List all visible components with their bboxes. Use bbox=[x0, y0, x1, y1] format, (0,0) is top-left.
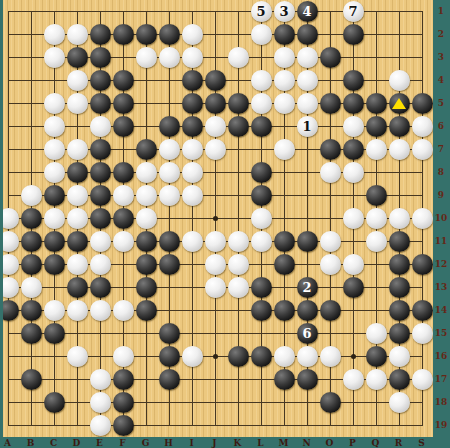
left-border-strip bbox=[0, 0, 3, 437]
white-stone-J6[interactable] bbox=[205, 116, 226, 137]
black-stone-G7[interactable] bbox=[136, 139, 157, 160]
row-label-10: 10 bbox=[434, 213, 448, 223]
column-label-C: C bbox=[47, 438, 61, 448]
black-stone-I4[interactable] bbox=[182, 70, 203, 91]
white-stone-H3[interactable] bbox=[159, 47, 180, 68]
row-label-4: 4 bbox=[434, 75, 448, 85]
white-stone-G9[interactable] bbox=[136, 185, 157, 206]
black-stone-B12[interactable] bbox=[21, 254, 42, 275]
white-stone-Q17[interactable] bbox=[366, 369, 387, 390]
white-stone-C7[interactable] bbox=[44, 139, 65, 160]
white-stone-S6[interactable] bbox=[412, 116, 433, 137]
white-stone-R10[interactable] bbox=[389, 208, 410, 229]
white-stone-I11[interactable] bbox=[182, 231, 203, 252]
row-label-7: 7 bbox=[434, 144, 448, 154]
black-stone-E4[interactable] bbox=[90, 70, 111, 91]
grid-hline bbox=[8, 425, 423, 426]
white-stone-D9[interactable] bbox=[67, 185, 88, 206]
row-label-3: 3 bbox=[434, 52, 448, 62]
white-stone-P6[interactable] bbox=[343, 116, 364, 137]
white-stone-E6[interactable] bbox=[90, 116, 111, 137]
column-label-F: F bbox=[116, 438, 130, 448]
white-stone-L1[interactable]: 5 bbox=[251, 1, 272, 22]
black-stone-P13[interactable] bbox=[343, 277, 364, 298]
column-label-J: J bbox=[208, 438, 222, 448]
black-stone-P5[interactable] bbox=[343, 93, 364, 114]
white-stone-H7[interactable] bbox=[159, 139, 180, 160]
white-stone-I9[interactable] bbox=[182, 185, 203, 206]
black-stone-P4[interactable] bbox=[343, 70, 364, 91]
black-stone-D3[interactable] bbox=[67, 47, 88, 68]
white-stone-N3[interactable] bbox=[297, 47, 318, 68]
black-stone-R12[interactable] bbox=[389, 254, 410, 275]
star-point-J16 bbox=[213, 354, 218, 359]
column-label-B: B bbox=[24, 438, 38, 448]
black-stone-H2[interactable] bbox=[159, 24, 180, 45]
black-stone-P2[interactable] bbox=[343, 24, 364, 45]
black-stone-E13[interactable] bbox=[90, 277, 111, 298]
black-stone-H17[interactable] bbox=[159, 369, 180, 390]
white-stone-M4[interactable] bbox=[274, 70, 295, 91]
black-stone-B17[interactable] bbox=[21, 369, 42, 390]
black-stone-R15[interactable] bbox=[389, 323, 410, 344]
column-label-H: H bbox=[162, 438, 176, 448]
black-stone-M12[interactable] bbox=[274, 254, 295, 275]
white-stone-M3[interactable] bbox=[274, 47, 295, 68]
white-stone-K12[interactable] bbox=[228, 254, 249, 275]
white-stone-S7[interactable] bbox=[412, 139, 433, 160]
black-stone-O3[interactable] bbox=[320, 47, 341, 68]
column-label-I: I bbox=[185, 438, 199, 448]
black-stone-Q6[interactable] bbox=[366, 116, 387, 137]
column-label-Q: Q bbox=[369, 438, 383, 448]
black-stone-L9[interactable] bbox=[251, 185, 272, 206]
black-stone-N2[interactable] bbox=[297, 24, 318, 45]
white-stone-M5[interactable] bbox=[274, 93, 295, 114]
white-stone-Q10[interactable] bbox=[366, 208, 387, 229]
black-stone-F18[interactable] bbox=[113, 392, 134, 413]
column-label-N: N bbox=[300, 438, 314, 448]
black-stone-F2[interactable] bbox=[113, 24, 134, 45]
black-stone-G13[interactable] bbox=[136, 277, 157, 298]
black-stone-R6[interactable] bbox=[389, 116, 410, 137]
white-stone-C10[interactable] bbox=[44, 208, 65, 229]
white-stone-E11[interactable] bbox=[90, 231, 111, 252]
black-stone-L6[interactable] bbox=[251, 116, 272, 137]
white-stone-P10[interactable] bbox=[343, 208, 364, 229]
white-stone-Q11[interactable] bbox=[366, 231, 387, 252]
black-stone-B14[interactable] bbox=[21, 300, 42, 321]
column-label-P: P bbox=[346, 438, 360, 448]
grid-hline bbox=[8, 333, 423, 334]
black-stone-E7[interactable] bbox=[90, 139, 111, 160]
white-stone-D12[interactable] bbox=[67, 254, 88, 275]
white-stone-K3[interactable] bbox=[228, 47, 249, 68]
star-point-P16 bbox=[351, 354, 356, 359]
black-stone-F6[interactable] bbox=[113, 116, 134, 137]
white-stone-P12[interactable] bbox=[343, 254, 364, 275]
black-stone-F5[interactable] bbox=[113, 93, 134, 114]
black-stone-R17[interactable] bbox=[389, 369, 410, 390]
white-stone-N16[interactable] bbox=[297, 346, 318, 367]
row-label-1: 1 bbox=[434, 6, 448, 16]
row-label-14: 14 bbox=[434, 305, 448, 315]
white-stone-J11[interactable] bbox=[205, 231, 226, 252]
row-label-5: 5 bbox=[434, 98, 448, 108]
black-stone-O5[interactable] bbox=[320, 93, 341, 114]
black-stone-B10[interactable] bbox=[21, 208, 42, 229]
white-stone-M7[interactable] bbox=[274, 139, 295, 160]
white-stone-F9[interactable] bbox=[113, 185, 134, 206]
black-stone-E3[interactable] bbox=[90, 47, 111, 68]
black-stone-L16[interactable] bbox=[251, 346, 272, 367]
white-stone-O16[interactable] bbox=[320, 346, 341, 367]
black-stone-F19[interactable] bbox=[113, 415, 134, 436]
white-stone-R16[interactable] bbox=[389, 346, 410, 367]
black-stone-O7[interactable] bbox=[320, 139, 341, 160]
white-stone-L4[interactable] bbox=[251, 70, 272, 91]
black-stone-J5[interactable] bbox=[205, 93, 226, 114]
black-stone-N17[interactable] bbox=[297, 369, 318, 390]
black-stone-K5[interactable] bbox=[228, 93, 249, 114]
white-stone-P1[interactable]: 7 bbox=[343, 1, 364, 22]
white-stone-L5[interactable] bbox=[251, 93, 272, 114]
black-stone-Q16[interactable] bbox=[366, 346, 387, 367]
white-stone-G8[interactable] bbox=[136, 162, 157, 183]
black-stone-H12[interactable] bbox=[159, 254, 180, 275]
row-label-12: 12 bbox=[434, 259, 448, 269]
go-board[interactable]: 5347126 bbox=[0, 0, 433, 437]
white-stone-C6[interactable] bbox=[44, 116, 65, 137]
white-stone-F14[interactable] bbox=[113, 300, 134, 321]
white-stone-C14[interactable] bbox=[44, 300, 65, 321]
black-stone-S5[interactable] bbox=[412, 93, 433, 114]
white-stone-R7[interactable] bbox=[389, 139, 410, 160]
white-stone-J12[interactable] bbox=[205, 254, 226, 275]
star-point-J10 bbox=[213, 216, 218, 221]
row-label-15: 15 bbox=[434, 328, 448, 338]
white-stone-N6[interactable]: 1 bbox=[297, 116, 318, 137]
white-stone-L2[interactable] bbox=[251, 24, 272, 45]
move-number-label: 3 bbox=[279, 5, 288, 18]
white-stone-R18[interactable] bbox=[389, 392, 410, 413]
white-stone-Q15[interactable] bbox=[366, 323, 387, 344]
black-stone-L13[interactable] bbox=[251, 277, 272, 298]
white-stone-G10[interactable] bbox=[136, 208, 157, 229]
white-stone-C8[interactable] bbox=[44, 162, 65, 183]
black-stone-P7[interactable] bbox=[343, 139, 364, 160]
white-stone-D14[interactable] bbox=[67, 300, 88, 321]
white-stone-G3[interactable] bbox=[136, 47, 157, 68]
white-stone-E12[interactable] bbox=[90, 254, 111, 275]
white-stone-I2[interactable] bbox=[182, 24, 203, 45]
white-stone-B9[interactable] bbox=[21, 185, 42, 206]
black-stone-J4[interactable] bbox=[205, 70, 226, 91]
black-stone-C11[interactable] bbox=[44, 231, 65, 252]
column-label-G: G bbox=[139, 438, 153, 448]
black-stone-G12[interactable] bbox=[136, 254, 157, 275]
black-stone-N13[interactable]: 2 bbox=[297, 277, 318, 298]
white-stone-R4[interactable] bbox=[389, 70, 410, 91]
move-number-label: 1 bbox=[302, 120, 311, 133]
black-stone-E5[interactable] bbox=[90, 93, 111, 114]
black-stone-L14[interactable] bbox=[251, 300, 272, 321]
black-stone-N14[interactable] bbox=[297, 300, 318, 321]
white-stone-P17[interactable] bbox=[343, 369, 364, 390]
black-stone-I6[interactable] bbox=[182, 116, 203, 137]
black-stone-F17[interactable] bbox=[113, 369, 134, 390]
black-stone-F10[interactable] bbox=[113, 208, 134, 229]
black-stone-N1[interactable]: 4 bbox=[297, 1, 318, 22]
black-stone-Q5[interactable] bbox=[366, 93, 387, 114]
column-label-S: S bbox=[415, 438, 429, 448]
black-stone-C15[interactable] bbox=[44, 323, 65, 344]
white-stone-P8[interactable] bbox=[343, 162, 364, 183]
white-stone-I16[interactable] bbox=[182, 346, 203, 367]
white-stone-D7[interactable] bbox=[67, 139, 88, 160]
row-label-17: 17 bbox=[434, 374, 448, 384]
white-stone-O8[interactable] bbox=[320, 162, 341, 183]
black-stone-K16[interactable] bbox=[228, 346, 249, 367]
column-label-A: A bbox=[1, 438, 15, 448]
row-label-9: 9 bbox=[434, 190, 448, 200]
row-label-19: 19 bbox=[434, 420, 448, 430]
black-stone-M14[interactable] bbox=[274, 300, 295, 321]
white-stone-E18[interactable] bbox=[90, 392, 111, 413]
row-label-11: 11 bbox=[434, 236, 448, 246]
white-stone-S10[interactable] bbox=[412, 208, 433, 229]
row-label-13: 13 bbox=[434, 282, 448, 292]
column-label-E: E bbox=[93, 438, 107, 448]
white-stone-N5[interactable] bbox=[297, 93, 318, 114]
black-stone-E8[interactable] bbox=[90, 162, 111, 183]
column-label-O: O bbox=[323, 438, 337, 448]
white-stone-D2[interactable] bbox=[67, 24, 88, 45]
black-stone-K6[interactable] bbox=[228, 116, 249, 137]
black-stone-O18[interactable] bbox=[320, 392, 341, 413]
white-stone-I3[interactable] bbox=[182, 47, 203, 68]
white-stone-O12[interactable] bbox=[320, 254, 341, 275]
column-label-R: R bbox=[392, 438, 406, 448]
white-stone-K13[interactable] bbox=[228, 277, 249, 298]
column-label-K: K bbox=[231, 438, 245, 448]
black-stone-S12[interactable] bbox=[412, 254, 433, 275]
column-label-L: L bbox=[254, 438, 268, 448]
white-stone-D16[interactable] bbox=[67, 346, 88, 367]
row-label-6: 6 bbox=[434, 121, 448, 131]
white-stone-L11[interactable] bbox=[251, 231, 272, 252]
black-stone-B11[interactable] bbox=[21, 231, 42, 252]
white-stone-O11[interactable] bbox=[320, 231, 341, 252]
row-label-16: 16 bbox=[434, 351, 448, 361]
black-stone-H15[interactable] bbox=[159, 323, 180, 344]
black-stone-F4[interactable] bbox=[113, 70, 134, 91]
black-stone-G2[interactable] bbox=[136, 24, 157, 45]
black-stone-R13[interactable] bbox=[389, 277, 410, 298]
black-stone-D11[interactable] bbox=[67, 231, 88, 252]
move-number-label: 2 bbox=[302, 281, 311, 294]
black-stone-D13[interactable] bbox=[67, 277, 88, 298]
black-stone-M11[interactable] bbox=[274, 231, 295, 252]
white-stone-M1[interactable]: 3 bbox=[274, 1, 295, 22]
row-label-8: 8 bbox=[434, 167, 448, 177]
black-stone-S14[interactable] bbox=[412, 300, 433, 321]
white-stone-M16[interactable] bbox=[274, 346, 295, 367]
black-stone-C12[interactable] bbox=[44, 254, 65, 275]
black-stone-H16[interactable] bbox=[159, 346, 180, 367]
white-stone-C3[interactable] bbox=[44, 47, 65, 68]
black-stone-H6[interactable] bbox=[159, 116, 180, 137]
white-stone-S17[interactable] bbox=[412, 369, 433, 390]
white-stone-F16[interactable] bbox=[113, 346, 134, 367]
grid-hline bbox=[8, 402, 423, 403]
black-stone-G11[interactable] bbox=[136, 231, 157, 252]
white-stone-E19[interactable] bbox=[90, 415, 111, 436]
triangle-marker-icon bbox=[392, 98, 406, 109]
black-stone-Q9[interactable] bbox=[366, 185, 387, 206]
white-stone-L10[interactable] bbox=[251, 208, 272, 229]
black-stone-R5[interactable] bbox=[389, 93, 410, 114]
black-stone-C9[interactable] bbox=[44, 185, 65, 206]
white-stone-I8[interactable] bbox=[182, 162, 203, 183]
black-stone-M17[interactable] bbox=[274, 369, 295, 390]
move-number-label: 5 bbox=[256, 5, 265, 18]
go-app-window: 5347126 ABCDEFGHIJKLMNOPQRS1234567891011… bbox=[0, 0, 450, 448]
move-number-label: 6 bbox=[302, 327, 311, 340]
move-number-label: 4 bbox=[302, 5, 311, 18]
column-label-D: D bbox=[70, 438, 84, 448]
black-stone-H11[interactable] bbox=[159, 231, 180, 252]
black-stone-R11[interactable] bbox=[389, 231, 410, 252]
white-stone-C5[interactable] bbox=[44, 93, 65, 114]
black-stone-E10[interactable] bbox=[90, 208, 111, 229]
black-stone-G14[interactable] bbox=[136, 300, 157, 321]
black-stone-E2[interactable] bbox=[90, 24, 111, 45]
black-stone-F8[interactable] bbox=[113, 162, 134, 183]
black-stone-N15[interactable]: 6 bbox=[297, 323, 318, 344]
white-stone-S15[interactable] bbox=[412, 323, 433, 344]
black-stone-I5[interactable] bbox=[182, 93, 203, 114]
black-stone-O14[interactable] bbox=[320, 300, 341, 321]
column-label-M: M bbox=[277, 438, 291, 448]
white-stone-K11[interactable] bbox=[228, 231, 249, 252]
black-stone-N11[interactable] bbox=[297, 231, 318, 252]
white-stone-D4[interactable] bbox=[67, 70, 88, 91]
black-stone-M2[interactable] bbox=[274, 24, 295, 45]
black-stone-E9[interactable] bbox=[90, 185, 111, 206]
white-stone-Q7[interactable] bbox=[366, 139, 387, 160]
white-stone-D5[interactable] bbox=[67, 93, 88, 114]
black-stone-R14[interactable] bbox=[389, 300, 410, 321]
white-stone-I7[interactable] bbox=[182, 139, 203, 160]
white-stone-H9[interactable] bbox=[159, 185, 180, 206]
white-stone-B13[interactable] bbox=[21, 277, 42, 298]
black-stone-C18[interactable] bbox=[44, 392, 65, 413]
move-number-label: 7 bbox=[348, 5, 357, 18]
white-stone-J13[interactable] bbox=[205, 277, 226, 298]
black-stone-L8[interactable] bbox=[251, 162, 272, 183]
row-label-2: 2 bbox=[434, 29, 448, 39]
white-stone-J7[interactable] bbox=[205, 139, 226, 160]
white-stone-C2[interactable] bbox=[44, 24, 65, 45]
black-stone-B15[interactable] bbox=[21, 323, 42, 344]
white-stone-N4[interactable] bbox=[297, 70, 318, 91]
white-stone-D10[interactable] bbox=[67, 208, 88, 229]
black-stone-D8[interactable] bbox=[67, 162, 88, 183]
white-stone-E17[interactable] bbox=[90, 369, 111, 390]
row-label-18: 18 bbox=[434, 397, 448, 407]
white-stone-E14[interactable] bbox=[90, 300, 111, 321]
white-stone-H8[interactable] bbox=[159, 162, 180, 183]
white-stone-F11[interactable] bbox=[113, 231, 134, 252]
